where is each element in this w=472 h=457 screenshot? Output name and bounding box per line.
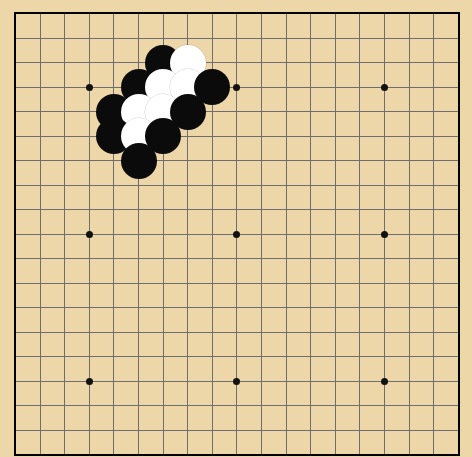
go-board[interactable] <box>0 0 472 457</box>
star-point <box>381 231 388 238</box>
black-stone <box>121 143 157 179</box>
star-point <box>233 378 240 385</box>
star-point <box>381 84 388 91</box>
star-point <box>86 378 93 385</box>
star-point <box>233 84 240 91</box>
star-point <box>233 231 240 238</box>
star-point <box>86 84 93 91</box>
star-point <box>381 378 388 385</box>
star-point <box>86 231 93 238</box>
go-app-window <box>0 0 472 457</box>
